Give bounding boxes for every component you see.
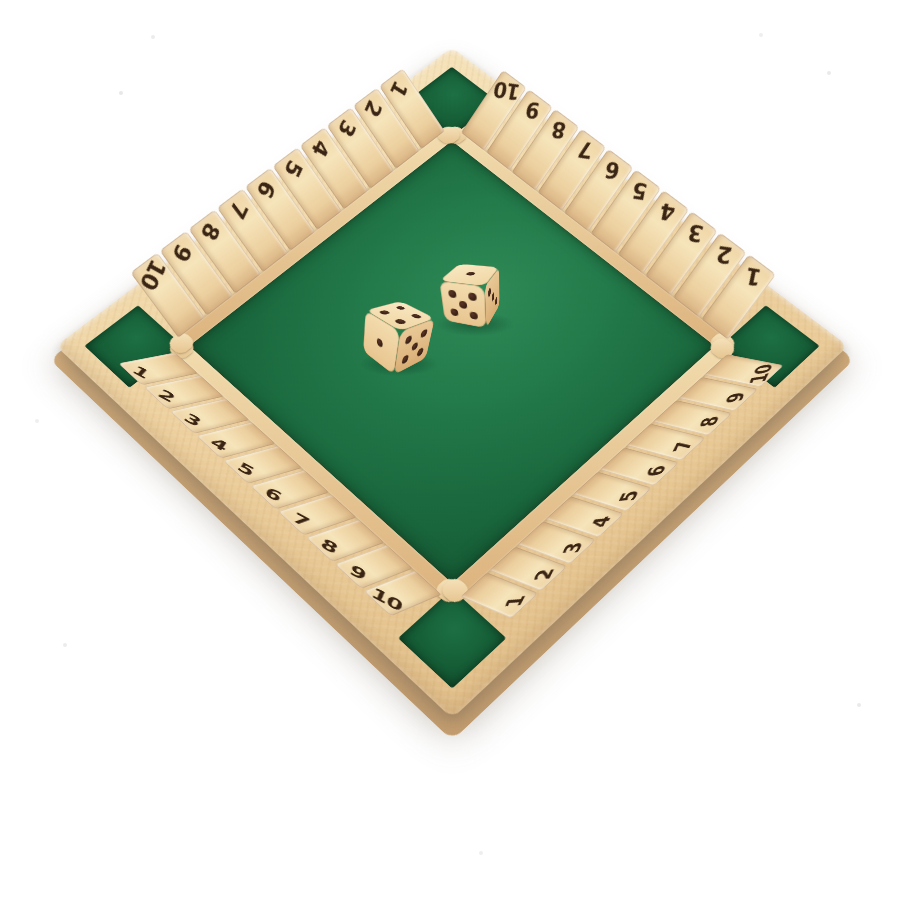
die-2-cube: [450, 272, 493, 316]
tile-number: 4: [650, 198, 687, 225]
tile-number: 10: [367, 584, 407, 615]
tile-number: 1: [498, 588, 534, 616]
die-pip: [420, 328, 427, 338]
tile-number: 4: [584, 509, 618, 536]
tile-number: 1: [383, 69, 414, 108]
die-2[interactable]: [450, 272, 494, 316]
die-pip: [410, 314, 422, 319]
die-pip: [401, 354, 408, 364]
tile-number: 9: [516, 97, 550, 123]
tile-number: 5: [622, 177, 658, 204]
tile-number: 5: [612, 483, 646, 510]
die-pip: [405, 335, 413, 346]
tile-number: 7: [568, 136, 603, 162]
board-scene: 12345678910 12345678910 12345678910 1234…: [0, 0, 900, 900]
tile-number: 2: [527, 561, 562, 589]
die-1[interactable]: [374, 312, 421, 359]
die-pip: [488, 287, 491, 299]
tile-number: 7: [667, 433, 700, 459]
die-pip: [492, 291, 495, 302]
die-pip: [376, 337, 383, 349]
shut-the-box-board: 12345678910 12345678910 12345678910 1234…: [56, 47, 848, 718]
die-pip: [468, 292, 477, 301]
die-pip: [470, 311, 478, 319]
die-pip: [394, 319, 407, 325]
die-pip: [459, 301, 467, 310]
die-pip: [411, 341, 418, 351]
die-pip: [417, 347, 424, 357]
tile-number: 8: [694, 409, 726, 435]
tile-number: 8: [542, 116, 577, 142]
tile-number: 3: [678, 219, 715, 247]
page-root: 12345678910 12345678910 12345678910 1234…: [0, 0, 900, 900]
tile-number: 2: [146, 382, 186, 409]
tile-number: 3: [556, 535, 591, 562]
die-pip: [465, 272, 476, 276]
tile-number: 10: [490, 78, 524, 103]
die-pip: [450, 308, 458, 316]
tile-number: 10: [746, 362, 778, 387]
die-pip: [378, 310, 391, 315]
die-pip: [448, 289, 457, 298]
die-pip: [495, 296, 497, 306]
tile-number: 9: [720, 385, 752, 410]
tile-number: 2: [706, 240, 744, 268]
die-1-cube: [380, 305, 418, 366]
die-pip: [395, 306, 407, 311]
tile-number: 6: [595, 157, 631, 184]
tile-number: 1: [735, 262, 773, 290]
tile-number: 6: [640, 458, 673, 484]
